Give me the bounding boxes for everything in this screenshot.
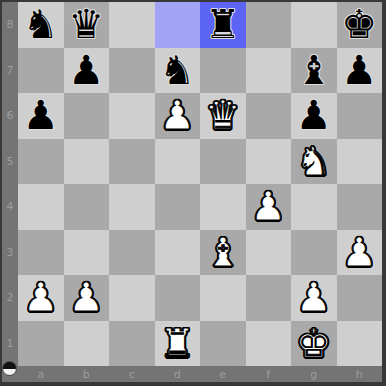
square-f1[interactable]	[246, 321, 292, 367]
square-h1[interactable]	[337, 321, 383, 367]
square-h8[interactable]: ♚	[337, 2, 383, 48]
square-a5[interactable]	[18, 139, 64, 185]
square-e8[interactable]: ♜	[200, 2, 246, 48]
square-f5[interactable]	[246, 139, 292, 185]
square-e2[interactable]	[200, 275, 246, 321]
square-g2[interactable]: ♟	[291, 275, 337, 321]
square-a4[interactable]	[18, 184, 64, 230]
rank-label-7: 7	[2, 48, 18, 94]
white-bishop[interactable]: ♝	[205, 230, 241, 275]
square-a3[interactable]	[18, 230, 64, 276]
file-label-a: a	[18, 366, 64, 382]
square-h2[interactable]	[337, 275, 383, 321]
rank-label-5: 5	[2, 139, 18, 185]
square-d2[interactable]	[155, 275, 201, 321]
chess-board-window: 8♞♛♜♚7♟♞♝♟6♟♟♛♟5♞4♟3♝♟2♟♟♟1♜♚abcdefgh	[0, 0, 386, 386]
square-a1[interactable]	[18, 321, 64, 367]
black-knight[interactable]: ♞	[159, 48, 195, 93]
black-king[interactable]: ♚	[341, 2, 377, 47]
square-f8[interactable]	[246, 2, 292, 48]
white-pawn[interactable]: ♟	[23, 275, 59, 320]
black-pawn[interactable]: ♟	[23, 93, 59, 138]
square-d3[interactable]	[155, 230, 201, 276]
square-g8[interactable]	[291, 2, 337, 48]
white-pawn[interactable]: ♟	[341, 230, 377, 275]
square-b7[interactable]: ♟	[64, 48, 110, 94]
square-d7[interactable]: ♞	[155, 48, 201, 94]
rank-label-6: 6	[2, 93, 18, 139]
square-d6[interactable]: ♟	[155, 93, 201, 139]
black-knight[interactable]: ♞	[23, 2, 59, 47]
square-e7[interactable]	[200, 48, 246, 94]
file-label-c: c	[109, 366, 155, 382]
square-a8[interactable]: ♞	[18, 2, 64, 48]
white-knight[interactable]: ♞	[296, 139, 332, 184]
square-e4[interactable]	[200, 184, 246, 230]
file-label-d: d	[155, 366, 201, 382]
black-pawn[interactable]: ♟	[296, 93, 332, 138]
black-pawn[interactable]: ♟	[68, 48, 104, 93]
square-d8[interactable]	[155, 2, 201, 48]
square-h7[interactable]: ♟	[337, 48, 383, 94]
square-c7[interactable]	[109, 48, 155, 94]
square-h5[interactable]	[337, 139, 383, 185]
file-label-b: b	[64, 366, 110, 382]
square-c4[interactable]	[109, 184, 155, 230]
rank-label-3: 3	[2, 230, 18, 276]
white-pawn[interactable]: ♟	[296, 275, 332, 320]
square-b1[interactable]	[64, 321, 110, 367]
square-a7[interactable]	[18, 48, 64, 94]
square-d1[interactable]: ♜	[155, 321, 201, 367]
file-label-f: f	[246, 366, 292, 382]
white-king[interactable]: ♚	[296, 321, 332, 366]
square-b2[interactable]: ♟	[64, 275, 110, 321]
square-e5[interactable]	[200, 139, 246, 185]
square-h4[interactable]	[337, 184, 383, 230]
chess-board: 8♞♛♜♚7♟♞♝♟6♟♟♛♟5♞4♟3♝♟2♟♟♟1♜♚abcdefgh	[2, 2, 382, 382]
square-g7[interactable]: ♝	[291, 48, 337, 94]
square-f7[interactable]	[246, 48, 292, 94]
square-f2[interactable]	[246, 275, 292, 321]
turn-indicator-icon	[2, 361, 17, 376]
square-c8[interactable]	[109, 2, 155, 48]
square-g6[interactable]: ♟	[291, 93, 337, 139]
square-b8[interactable]: ♛	[64, 2, 110, 48]
square-f6[interactable]	[246, 93, 292, 139]
square-a2[interactable]: ♟	[18, 275, 64, 321]
square-h6[interactable]	[337, 93, 383, 139]
square-g1[interactable]: ♚	[291, 321, 337, 367]
rank-label-4: 4	[2, 184, 18, 230]
rank-label-8: 8	[2, 2, 18, 48]
square-e6[interactable]: ♛	[200, 93, 246, 139]
square-a6[interactable]: ♟	[18, 93, 64, 139]
square-g3[interactable]	[291, 230, 337, 276]
square-c3[interactable]	[109, 230, 155, 276]
square-c6[interactable]	[109, 93, 155, 139]
square-f4[interactable]: ♟	[246, 184, 292, 230]
white-pawn[interactable]: ♟	[250, 184, 286, 229]
white-pawn[interactable]: ♟	[159, 93, 195, 138]
square-g5[interactable]: ♞	[291, 139, 337, 185]
square-e1[interactable]	[200, 321, 246, 367]
square-b3[interactable]	[64, 230, 110, 276]
square-d5[interactable]	[155, 139, 201, 185]
black-queen[interactable]: ♛	[68, 2, 104, 47]
rank-label-2: 2	[2, 275, 18, 321]
rank-label-1: 1	[2, 321, 18, 367]
square-b5[interactable]	[64, 139, 110, 185]
black-pawn[interactable]: ♟	[341, 48, 377, 93]
square-c5[interactable]	[109, 139, 155, 185]
square-d4[interactable]	[155, 184, 201, 230]
square-c2[interactable]	[109, 275, 155, 321]
square-b6[interactable]	[64, 93, 110, 139]
file-label-e: e	[200, 366, 246, 382]
square-b4[interactable]	[64, 184, 110, 230]
square-e3[interactable]: ♝	[200, 230, 246, 276]
square-g4[interactable]	[291, 184, 337, 230]
square-c1[interactable]	[109, 321, 155, 367]
white-queen[interactable]: ♛	[205, 93, 241, 138]
file-label-h: h	[337, 366, 383, 382]
black-bishop[interactable]: ♝	[296, 48, 332, 93]
white-rook[interactable]: ♜	[159, 321, 195, 366]
black-rook[interactable]: ♜	[205, 2, 241, 47]
square-f3[interactable]	[246, 230, 292, 276]
square-h3[interactable]: ♟	[337, 230, 383, 276]
white-pawn[interactable]: ♟	[68, 275, 104, 320]
file-label-g: g	[291, 366, 337, 382]
